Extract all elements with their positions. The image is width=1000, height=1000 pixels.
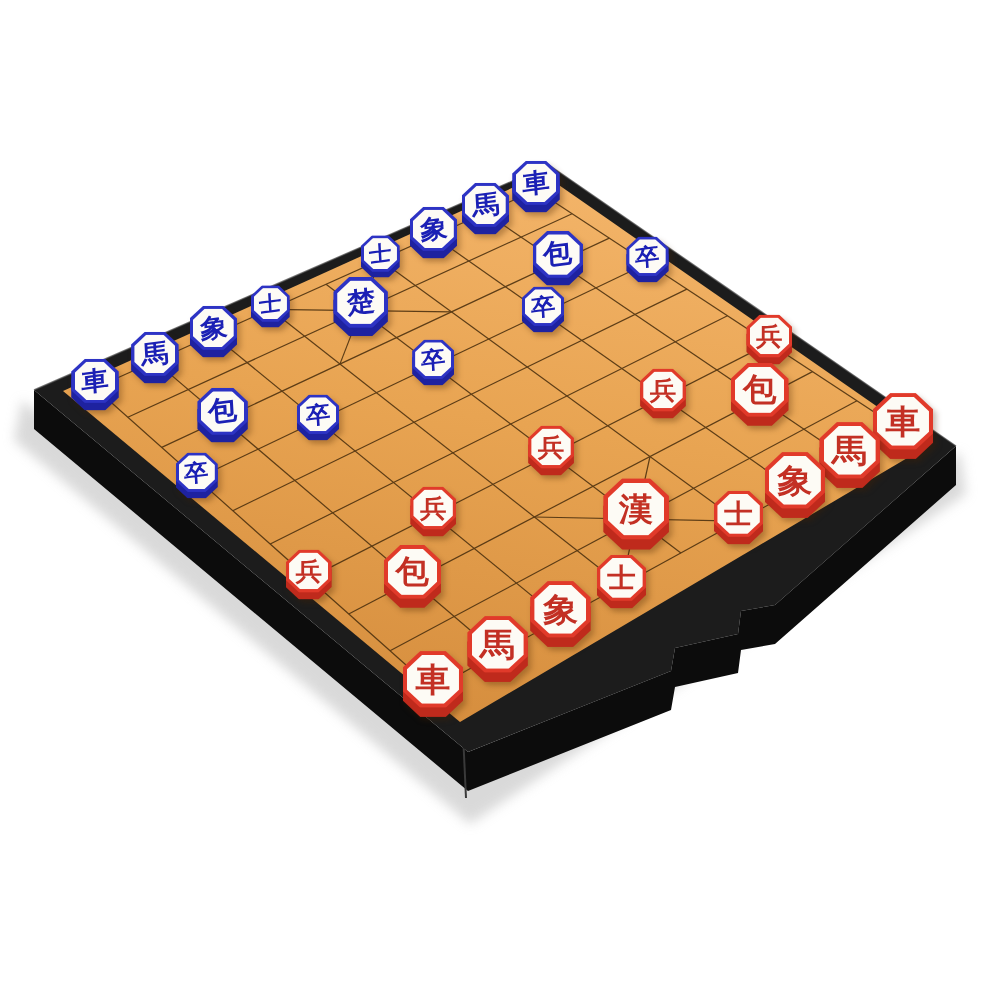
piece-glyph: 象: [410, 206, 458, 251]
piece-glyph: 卒: [297, 394, 339, 434]
piece-glyph: 車: [512, 160, 560, 205]
piece-glyph: 卒: [412, 339, 454, 379]
piece-han-soldier[interactable]: 兵: [410, 486, 456, 536]
piece-glyph: 士: [251, 285, 290, 321]
piece-han-soldier[interactable]: 兵: [286, 550, 332, 600]
piece-cho-elephant[interactable]: 象: [410, 206, 458, 258]
piece-han-soldier[interactable]: 兵: [640, 369, 686, 419]
piece-glyph: 包: [197, 387, 247, 434]
piece-han-horse[interactable]: 馬: [467, 616, 527, 682]
piece-han-advisor[interactable]: 士: [597, 555, 646, 609]
piece-glyph: 兵: [410, 486, 456, 529]
piece-cho-soldier[interactable]: 卒: [297, 394, 339, 440]
piece-cho-elephant[interactable]: 象: [190, 305, 238, 357]
piece-glyph: 馬: [819, 422, 879, 479]
piece-glyph: 漢: [603, 478, 669, 540]
piece-han-chariot[interactable]: 車: [403, 651, 463, 717]
piece-han-chariot[interactable]: 車: [873, 393, 933, 459]
janggi-set-photo: 車馬象士包卒士楚卒象兵馬卒車兵包包卒車兵馬卒象兵漢士兵包士象馬車: [0, 0, 1000, 1000]
piece-cho-advisor[interactable]: 士: [361, 236, 400, 278]
piece-glyph: 馬: [467, 616, 527, 673]
piece-glyph: 士: [597, 555, 646, 601]
piece-cho-soldier[interactable]: 卒: [626, 237, 668, 283]
piece-han-soldier[interactable]: 兵: [746, 315, 792, 365]
piece-cho-cannon[interactable]: 包: [533, 231, 583, 286]
piece-cho-horse[interactable]: 馬: [131, 331, 179, 383]
piece-glyph: 卒: [522, 287, 564, 327]
piece-han-advisor[interactable]: 士: [714, 490, 763, 544]
piece-han-soldier[interactable]: 兵: [528, 426, 574, 476]
piece-cho-soldier[interactable]: 卒: [522, 287, 564, 333]
pieces-layer: 車馬象士包卒士楚卒象兵馬卒車兵包包卒車兵馬卒象兵漢士兵包士象馬車: [0, 0, 1000, 1000]
piece-glyph: 士: [361, 236, 400, 272]
piece-glyph: 車: [71, 358, 119, 403]
piece-cho-horse[interactable]: 馬: [462, 183, 510, 235]
piece-cho-chariot[interactable]: 車: [512, 160, 560, 212]
piece-han-elephant[interactable]: 象: [530, 581, 590, 647]
piece-glyph: 包: [533, 231, 583, 278]
piece-glyph: 兵: [746, 315, 792, 358]
piece-glyph: 馬: [131, 331, 179, 376]
piece-cho-cannon[interactable]: 包: [197, 387, 247, 442]
piece-cho-advisor[interactable]: 士: [251, 285, 290, 327]
piece-han-cannon[interactable]: 包: [384, 545, 442, 608]
piece-han-cannon[interactable]: 包: [731, 363, 789, 426]
piece-glyph: 兵: [286, 550, 332, 593]
piece-han-general[interactable]: 漢: [603, 478, 669, 550]
piece-glyph: 包: [384, 545, 442, 599]
piece-cho-chariot[interactable]: 車: [71, 358, 119, 410]
piece-glyph: 楚: [333, 277, 387, 328]
piece-glyph: 車: [873, 393, 933, 450]
piece-glyph: 兵: [640, 369, 686, 412]
piece-glyph: 馬: [462, 183, 510, 228]
piece-glyph: 卒: [626, 237, 668, 277]
piece-glyph: 象: [765, 453, 825, 510]
piece-glyph: 車: [403, 651, 463, 708]
piece-cho-soldier[interactable]: 卒: [412, 339, 454, 385]
piece-cho-general[interactable]: 楚: [333, 277, 387, 336]
piece-glyph: 士: [714, 490, 763, 536]
piece-han-horse[interactable]: 馬: [819, 422, 879, 488]
piece-cho-soldier[interactable]: 卒: [176, 452, 218, 498]
piece-glyph: 卒: [176, 452, 218, 492]
piece-glyph: 包: [731, 363, 789, 417]
piece-glyph: 象: [530, 581, 590, 638]
piece-han-elephant[interactable]: 象: [765, 453, 825, 519]
piece-glyph: 象: [190, 305, 238, 350]
piece-glyph: 兵: [528, 426, 574, 469]
